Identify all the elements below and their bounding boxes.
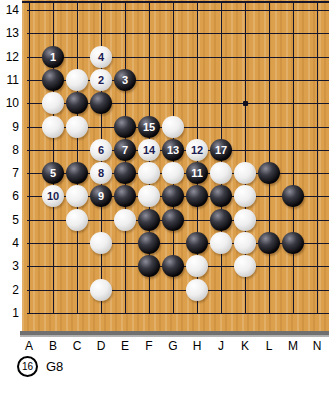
row-label-6: 6 (0, 188, 19, 204)
grid-hline-2 (27, 290, 329, 291)
white-stone-G9 (162, 116, 184, 138)
white-stone-H8: 12 (186, 139, 208, 161)
column-label-H: H (185, 339, 209, 353)
black-stone-H7: 11 (186, 162, 208, 184)
black-stone-D10 (90, 92, 112, 114)
black-stone-F4 (138, 232, 160, 254)
black-stone-M4 (282, 232, 304, 254)
column-label-K: K (233, 339, 257, 353)
black-stone-E8: 7 (114, 139, 136, 161)
white-stone-C11 (66, 69, 88, 91)
row-label-1: 1 (0, 305, 19, 321)
black-stone-C7 (66, 162, 88, 184)
black-stone-M6 (282, 185, 304, 207)
board-bottom-shadow (20, 331, 329, 337)
white-stone-F7 (138, 162, 160, 184)
row-label-2: 2 (0, 282, 19, 298)
white-stone-D11: 2 (90, 69, 112, 91)
row-label-11: 11 (0, 72, 19, 88)
row-label-13: 13 (0, 25, 19, 41)
white-stone-F8: 14 (138, 139, 160, 161)
white-stone-H3 (186, 255, 208, 277)
black-stone-F5 (138, 209, 160, 231)
white-stone-C6 (66, 185, 88, 207)
star-point-K10 (243, 101, 248, 106)
black-stone-G5 (162, 209, 184, 231)
column-label-E: E (113, 339, 137, 353)
column-label-C: C (65, 339, 89, 353)
black-stone-B7: 5 (42, 162, 64, 184)
black-stone-J5 (210, 209, 232, 231)
grid-hline-13 (27, 33, 329, 34)
caption-coordinate: G8 (46, 359, 63, 374)
black-stone-E11: 3 (114, 69, 136, 91)
row-label-4: 4 (0, 235, 19, 251)
white-stone-D2 (90, 279, 112, 301)
black-stone-G8: 13 (162, 139, 184, 161)
black-stone-E9 (114, 116, 136, 138)
white-stone-D8: 6 (90, 139, 112, 161)
black-stone-G3 (162, 255, 184, 277)
white-stone-J7 (210, 162, 232, 184)
white-stone-J4 (210, 232, 232, 254)
grid-hline-14 (27, 10, 329, 11)
go-board[interactable]: 14231567141312175811109 (22, 0, 329, 331)
white-stone-K7 (234, 162, 256, 184)
column-label-N: N (305, 339, 329, 353)
white-stone-B6: 10 (42, 185, 64, 207)
column-label-J: J (209, 339, 233, 353)
grid-hline-12 (27, 57, 329, 58)
column-label-D: D (89, 339, 113, 353)
column-label-M: M (281, 339, 305, 353)
black-stone-H4 (186, 232, 208, 254)
white-stone-G7 (162, 162, 184, 184)
white-stone-K6 (234, 185, 256, 207)
white-stone-K3 (234, 255, 256, 277)
black-stone-B11 (42, 69, 64, 91)
black-stone-L7 (258, 162, 280, 184)
white-stone-B9 (42, 116, 64, 138)
white-stone-D4 (90, 232, 112, 254)
white-stone-C9 (66, 116, 88, 138)
white-stone-K4 (234, 232, 256, 254)
black-stone-E6 (114, 185, 136, 207)
row-label-9: 9 (0, 119, 19, 135)
black-stone-H6 (186, 185, 208, 207)
column-label-A: A (17, 339, 41, 353)
black-stone-L4 (258, 232, 280, 254)
column-label-B: B (41, 339, 65, 353)
black-stone-E7 (114, 162, 136, 184)
white-stone-D12: 4 (90, 46, 112, 68)
row-label-7: 7 (0, 165, 19, 181)
row-label-5: 5 (0, 212, 19, 228)
black-stone-J8: 17 (210, 139, 232, 161)
row-label-8: 8 (0, 142, 19, 158)
column-label-F: F (137, 339, 161, 353)
grid-vline-N (317, 2, 318, 314)
column-label-L: L (257, 339, 281, 353)
grid-hline-1 (27, 313, 329, 314)
row-label-14: 14 (0, 2, 19, 18)
row-label-12: 12 (0, 49, 19, 65)
white-stone-H2 (186, 279, 208, 301)
caption: 16 G8 (17, 354, 63, 378)
black-stone-J6 (210, 185, 232, 207)
black-stone-G6 (162, 185, 184, 207)
white-stone-E5 (114, 209, 136, 231)
black-stone-D6: 9 (90, 185, 112, 207)
black-stone-F3 (138, 255, 160, 277)
go-diagram: 14231567141312175811109 1413121110987654… (0, 0, 329, 393)
black-stone-F9: 15 (138, 116, 160, 138)
row-label-10: 10 (0, 95, 19, 111)
column-label-G: G (161, 339, 185, 353)
grid-vline-M (293, 2, 294, 314)
board-top-edge (22, 1, 329, 3)
row-label-3: 3 (0, 258, 19, 274)
white-stone-F6 (138, 185, 160, 207)
grid-vline-A (29, 2, 30, 314)
grid-vline-C (77, 2, 78, 314)
white-stone-B10 (42, 92, 64, 114)
white-stone-D7: 8 (90, 162, 112, 184)
white-stone-C5 (66, 209, 88, 231)
black-stone-B12: 1 (42, 46, 64, 68)
grid-vline-L (269, 2, 270, 314)
caption-white-stone-icon: 16 (17, 356, 38, 377)
white-stone-K5 (234, 209, 256, 231)
black-stone-C10 (66, 92, 88, 114)
